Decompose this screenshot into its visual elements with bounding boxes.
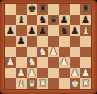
square-g1[interactable]: ♚ xyxy=(70,78,81,89)
square-g6[interactable]: ♟ xyxy=(70,25,81,36)
square-h6[interactable]: ♝ xyxy=(80,25,91,36)
square-f1[interactable] xyxy=(59,78,70,89)
piece-black-knight[interactable]: ♞ xyxy=(60,25,69,35)
piece-black-pawn[interactable]: ♟ xyxy=(6,25,15,35)
piece-black-pawn[interactable]: ♟ xyxy=(81,14,90,24)
piece-white-knight[interactable]: ♞ xyxy=(27,57,36,67)
square-f6[interactable]: ♞ xyxy=(59,25,70,36)
piece-black-knight[interactable]: ♞ xyxy=(38,14,47,24)
piece-black-pawn[interactable]: ♟ xyxy=(60,14,69,24)
chess-board-frame: ♚♜♜♝♞♛♟♟♟♟♟♞♟♝♟♞♟♟♞♟♟♟♟♟♝♛♜♚♜ xyxy=(0,0,97,94)
square-e2[interactable] xyxy=(48,68,59,79)
square-a6[interactable]: ♟ xyxy=(5,25,16,36)
square-e1[interactable] xyxy=(48,78,59,89)
square-e6[interactable] xyxy=(48,25,59,36)
square-d4[interactable]: ♞ xyxy=(37,47,48,58)
piece-black-king[interactable]: ♚ xyxy=(27,4,36,14)
square-d3[interactable] xyxy=(37,57,48,68)
piece-white-bishop[interactable]: ♝ xyxy=(81,25,90,35)
piece-black-pawn[interactable]: ♟ xyxy=(27,25,36,35)
piece-white-pawn[interactable]: ♟ xyxy=(17,68,26,78)
square-f3[interactable]: ♟ xyxy=(59,57,70,68)
piece-white-rook[interactable]: ♜ xyxy=(38,78,47,88)
square-e3[interactable] xyxy=(48,57,59,68)
square-a8[interactable] xyxy=(5,4,16,15)
piece-black-rook[interactable]: ♜ xyxy=(81,4,90,14)
square-a2[interactable] xyxy=(5,68,16,79)
piece-white-bishop[interactable]: ♝ xyxy=(17,78,26,88)
square-a5[interactable] xyxy=(5,36,16,47)
square-e4[interactable]: ♟ xyxy=(48,47,59,58)
square-h4[interactable] xyxy=(80,47,91,58)
piece-black-rook[interactable]: ♜ xyxy=(38,4,47,14)
square-h1[interactable]: ♜ xyxy=(80,78,91,89)
piece-white-pawn[interactable]: ♟ xyxy=(70,68,79,78)
piece-white-pawn[interactable]: ♟ xyxy=(81,68,90,78)
piece-black-bishop[interactable]: ♝ xyxy=(17,14,26,24)
square-b4[interactable] xyxy=(16,47,27,58)
piece-white-pawn[interactable]: ♟ xyxy=(60,57,69,67)
square-c1[interactable]: ♛ xyxy=(27,78,38,89)
square-d6[interactable]: ♟ xyxy=(37,25,48,36)
square-f2[interactable] xyxy=(59,68,70,79)
square-g5[interactable] xyxy=(70,36,81,47)
piece-black-pawn[interactable]: ♟ xyxy=(70,25,79,35)
piece-white-rook[interactable]: ♜ xyxy=(81,78,90,88)
piece-white-pawn[interactable]: ♟ xyxy=(27,68,36,78)
square-c8[interactable]: ♚ xyxy=(27,4,38,15)
square-d1[interactable]: ♜ xyxy=(37,78,48,89)
piece-white-pawn[interactable]: ♟ xyxy=(49,46,58,56)
square-h5[interactable] xyxy=(80,36,91,47)
square-f5[interactable] xyxy=(59,36,70,47)
square-b7[interactable]: ♝ xyxy=(16,15,27,26)
piece-white-king[interactable]: ♚ xyxy=(70,78,79,88)
square-b1[interactable]: ♝ xyxy=(16,78,27,89)
square-b5[interactable]: ♟ xyxy=(16,36,27,47)
piece-white-queen[interactable]: ♛ xyxy=(27,78,36,88)
square-e7[interactable]: ♛ xyxy=(48,15,59,26)
piece-white-knight[interactable]: ♞ xyxy=(38,46,47,56)
square-a3[interactable]: ♟ xyxy=(5,57,16,68)
piece-black-queen[interactable]: ♛ xyxy=(49,14,58,24)
piece-black-pawn[interactable]: ♟ xyxy=(17,36,26,46)
square-c5[interactable] xyxy=(27,36,38,47)
chess-board: ♚♜♜♝♞♛♟♟♟♟♟♞♟♝♟♞♟♟♞♟♟♟♟♟♝♛♜♚♜ xyxy=(5,4,91,89)
square-g8[interactable] xyxy=(70,4,81,15)
square-a1[interactable] xyxy=(5,78,16,89)
square-g4[interactable] xyxy=(70,47,81,58)
square-c6[interactable]: ♟ xyxy=(27,25,38,36)
piece-black-pawn[interactable]: ♟ xyxy=(38,25,47,35)
piece-white-pawn[interactable]: ♟ xyxy=(6,57,15,67)
